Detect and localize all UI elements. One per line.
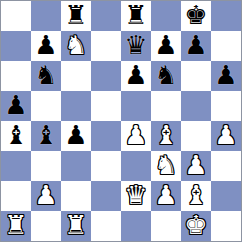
- black-bishop[interactable]: ♝: [4, 121, 27, 150]
- square-g3[interactable]: ♟: [181, 151, 211, 181]
- white-knight[interactable]: ♞: [64, 31, 87, 60]
- square-h4[interactable]: ♟: [211, 121, 241, 151]
- square-g8[interactable]: ♚: [181, 1, 211, 31]
- square-b4[interactable]: ♝: [31, 121, 61, 151]
- square-b1[interactable]: [31, 211, 61, 241]
- square-d2[interactable]: [91, 181, 121, 211]
- square-h7[interactable]: [211, 31, 241, 61]
- square-c4[interactable]: ♟: [61, 121, 91, 151]
- square-f4[interactable]: ♝: [151, 121, 181, 151]
- square-h8[interactable]: [211, 1, 241, 31]
- square-d4[interactable]: [91, 121, 121, 151]
- black-pawn[interactable]: ♟: [64, 121, 87, 150]
- square-h6[interactable]: ♟: [211, 61, 241, 91]
- square-a4[interactable]: ♝: [1, 121, 31, 151]
- square-c2[interactable]: [61, 181, 91, 211]
- square-h1[interactable]: [211, 211, 241, 241]
- square-e1[interactable]: [121, 211, 151, 241]
- square-g1[interactable]: ♚: [181, 211, 211, 241]
- black-knight[interactable]: ♞: [154, 61, 177, 90]
- white-pawn[interactable]: ♟: [124, 121, 147, 150]
- square-g6[interactable]: [181, 61, 211, 91]
- square-b2[interactable]: ♟: [31, 181, 61, 211]
- square-g7[interactable]: ♟: [181, 31, 211, 61]
- black-rook[interactable]: ♜: [64, 1, 87, 30]
- square-g4[interactable]: [181, 121, 211, 151]
- square-d3[interactable]: [91, 151, 121, 181]
- chess-board: ♜♜♚♟♞♛♟♟♞♟♞♟♟♝♝♟♟♝♟♞♟♟♛♟♝♜♜♚: [0, 0, 242, 242]
- white-pawn[interactable]: ♟: [154, 181, 177, 210]
- square-g5[interactable]: [181, 91, 211, 121]
- black-pawn[interactable]: ♟: [4, 91, 27, 120]
- black-pawn[interactable]: ♟: [34, 31, 57, 60]
- square-f5[interactable]: [151, 91, 181, 121]
- square-c7[interactable]: ♞: [61, 31, 91, 61]
- square-e6[interactable]: ♟: [121, 61, 151, 91]
- square-c3[interactable]: [61, 151, 91, 181]
- white-bishop[interactable]: ♝: [154, 121, 177, 150]
- square-a2[interactable]: [1, 181, 31, 211]
- black-king[interactable]: ♚: [184, 1, 207, 30]
- square-c5[interactable]: [61, 91, 91, 121]
- square-b6[interactable]: ♞: [31, 61, 61, 91]
- black-rook[interactable]: ♜: [124, 1, 147, 30]
- square-b5[interactable]: [31, 91, 61, 121]
- square-e2[interactable]: ♛: [121, 181, 151, 211]
- square-b8[interactable]: [31, 1, 61, 31]
- square-f3[interactable]: ♞: [151, 151, 181, 181]
- square-f2[interactable]: ♟: [151, 181, 181, 211]
- square-h2[interactable]: [211, 181, 241, 211]
- square-b7[interactable]: ♟: [31, 31, 61, 61]
- square-g2[interactable]: ♝: [181, 181, 211, 211]
- square-h5[interactable]: [211, 91, 241, 121]
- square-h3[interactable]: [211, 151, 241, 181]
- square-c1[interactable]: ♜: [61, 211, 91, 241]
- white-pawn[interactable]: ♟: [34, 181, 57, 210]
- square-d7[interactable]: [91, 31, 121, 61]
- white-queen[interactable]: ♛: [124, 181, 147, 210]
- black-bishop[interactable]: ♝: [34, 121, 57, 150]
- white-pawn[interactable]: ♟: [214, 121, 237, 150]
- square-e3[interactable]: [121, 151, 151, 181]
- square-b3[interactable]: [31, 151, 61, 181]
- white-pawn[interactable]: ♟: [184, 151, 207, 180]
- square-d6[interactable]: [91, 61, 121, 91]
- square-c6[interactable]: [61, 61, 91, 91]
- white-knight[interactable]: ♞: [154, 151, 177, 180]
- square-e5[interactable]: [121, 91, 151, 121]
- square-a5[interactable]: ♟: [1, 91, 31, 121]
- black-pawn[interactable]: ♟: [154, 31, 177, 60]
- square-a7[interactable]: [1, 31, 31, 61]
- black-pawn[interactable]: ♟: [184, 31, 207, 60]
- square-e7[interactable]: ♛: [121, 31, 151, 61]
- square-d8[interactable]: [91, 1, 121, 31]
- black-pawn[interactable]: ♟: [214, 61, 237, 90]
- black-queen[interactable]: ♛: [124, 31, 147, 60]
- white-rook[interactable]: ♜: [64, 211, 87, 240]
- white-rook[interactable]: ♜: [4, 211, 27, 240]
- square-f7[interactable]: ♟: [151, 31, 181, 61]
- white-king[interactable]: ♚: [184, 211, 207, 240]
- black-knight[interactable]: ♞: [34, 61, 57, 90]
- square-c8[interactable]: ♜: [61, 1, 91, 31]
- square-f6[interactable]: ♞: [151, 61, 181, 91]
- square-e4[interactable]: ♟: [121, 121, 151, 151]
- square-d1[interactable]: [91, 211, 121, 241]
- black-pawn[interactable]: ♟: [124, 61, 147, 90]
- square-a6[interactable]: [1, 61, 31, 91]
- square-f8[interactable]: [151, 1, 181, 31]
- square-d5[interactable]: [91, 91, 121, 121]
- white-bishop[interactable]: ♝: [184, 181, 207, 210]
- square-a3[interactable]: [1, 151, 31, 181]
- square-e8[interactable]: ♜: [121, 1, 151, 31]
- square-a1[interactable]: ♜: [1, 211, 31, 241]
- square-f1[interactable]: [151, 211, 181, 241]
- square-a8[interactable]: [1, 1, 31, 31]
